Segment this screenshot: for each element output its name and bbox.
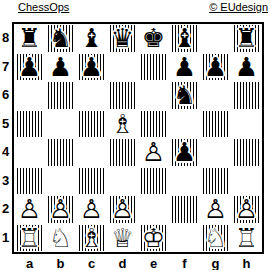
square-d1: ♛♕ <box>107 224 138 253</box>
square-b7: ♟♟ <box>45 53 76 82</box>
white-bishop: ♝♗ <box>107 110 138 139</box>
black-bishop: ♝♝ <box>169 24 200 53</box>
file-label-e: e <box>138 256 169 270</box>
square-e6 <box>138 81 169 110</box>
rank-label-4: 4 <box>0 138 11 167</box>
square-d4 <box>107 138 138 167</box>
file-label-c: c <box>76 256 107 270</box>
square-f7: ♟♟ <box>169 53 200 82</box>
square-a6 <box>14 81 45 110</box>
white-pawn: ♟♙ <box>76 195 107 224</box>
square-e3 <box>138 167 169 196</box>
white-rook: ♜♖ <box>14 224 45 253</box>
white-knight: ♞♘ <box>45 224 76 253</box>
square-h7: ♟♟ <box>231 53 262 82</box>
square-g3 <box>200 167 231 196</box>
rank-label-1: 1 <box>0 224 11 253</box>
rank-label-6: 6 <box>0 81 11 110</box>
square-b8: ♞♞ <box>45 24 76 53</box>
square-e1: ♚♔ <box>138 224 169 253</box>
black-pawn: ♟♟ <box>45 53 76 82</box>
rank-label-2: 2 <box>0 195 11 224</box>
black-pawn: ♟♟ <box>200 53 231 82</box>
chess-diagram-page: ChessOps © EUdesign ♜♜♞♞♝♝♛♛♚♚♝♝♜♜♟♟♟♟♟♟… <box>0 0 270 270</box>
square-d6 <box>107 81 138 110</box>
black-pawn: ♟♟ <box>14 53 45 82</box>
square-a3 <box>14 167 45 196</box>
black-rook: ♜♜ <box>14 24 45 53</box>
black-queen: ♛♛ <box>107 24 138 53</box>
square-c1: ♝♗ <box>76 224 107 253</box>
rank-label-5: 5 <box>0 110 11 139</box>
square-e7 <box>138 53 169 82</box>
square-e5 <box>138 110 169 139</box>
white-pawn: ♟♙ <box>14 195 45 224</box>
square-d2: ♟♙ <box>107 195 138 224</box>
eudesign-credit-link[interactable]: © EUdesign <box>209 0 268 14</box>
square-f4: ♟♟ <box>169 138 200 167</box>
black-knight: ♞♞ <box>45 24 76 53</box>
square-h8: ♜♜ <box>231 24 262 53</box>
file-label-d: d <box>107 256 138 270</box>
white-queen: ♛♕ <box>107 224 138 253</box>
square-h6 <box>231 81 262 110</box>
square-c2: ♟♙ <box>76 195 107 224</box>
white-bishop: ♝♗ <box>76 224 107 253</box>
square-f2 <box>169 195 200 224</box>
square-f8: ♝♝ <box>169 24 200 53</box>
square-g7: ♟♟ <box>200 53 231 82</box>
square-a2: ♟♙ <box>14 195 45 224</box>
white-rook: ♜♖ <box>231 224 262 253</box>
square-c3 <box>76 167 107 196</box>
square-h4 <box>231 138 262 167</box>
square-b2: ♟♙ <box>45 195 76 224</box>
square-c6 <box>76 81 107 110</box>
square-c7: ♟♟ <box>76 53 107 82</box>
square-h1: ♜♖ <box>231 224 262 253</box>
black-pawn: ♟♟ <box>76 53 107 82</box>
square-c4 <box>76 138 107 167</box>
board: ♜♜♞♞♝♝♛♛♚♚♝♝♜♜♟♟♟♟♟♟♟♟♟♟♟♟♞♞♝♗♟♙♟♟♟♙♟♙♟♙… <box>12 22 264 254</box>
white-king: ♚♔ <box>138 224 169 253</box>
square-f1 <box>169 224 200 253</box>
black-knight: ♞♞ <box>169 81 200 110</box>
square-b1: ♞♘ <box>45 224 76 253</box>
square-g6 <box>200 81 231 110</box>
square-a8: ♜♜ <box>14 24 45 53</box>
square-b3 <box>45 167 76 196</box>
square-g1: ♞♘ <box>200 224 231 253</box>
square-f3 <box>169 167 200 196</box>
black-king: ♚♚ <box>138 24 169 53</box>
square-e4: ♟♙ <box>138 138 169 167</box>
rank-label-7: 7 <box>0 53 11 82</box>
file-label-f: f <box>169 256 200 270</box>
white-pawn: ♟♙ <box>138 138 169 167</box>
black-pawn: ♟♟ <box>169 138 200 167</box>
square-h2: ♟♙ <box>231 195 262 224</box>
white-pawn: ♟♙ <box>107 195 138 224</box>
file-label-b: b <box>45 256 76 270</box>
square-a4 <box>14 138 45 167</box>
square-d5: ♝♗ <box>107 110 138 139</box>
rank-label-8: 8 <box>0 24 11 53</box>
square-g2: ♟♙ <box>200 195 231 224</box>
file-label-a: a <box>14 256 45 270</box>
square-c5 <box>76 110 107 139</box>
square-b4 <box>45 138 76 167</box>
white-pawn: ♟♙ <box>45 195 76 224</box>
square-f5 <box>169 110 200 139</box>
square-a1: ♜♖ <box>14 224 45 253</box>
file-label-h: h <box>231 256 262 270</box>
square-a7: ♟♟ <box>14 53 45 82</box>
square-g4 <box>200 138 231 167</box>
rank-label-3: 3 <box>0 167 11 196</box>
square-g5 <box>200 110 231 139</box>
square-a5 <box>14 110 45 139</box>
square-b6 <box>45 81 76 110</box>
square-g8 <box>200 24 231 53</box>
white-pawn: ♟♙ <box>200 195 231 224</box>
square-d7 <box>107 53 138 82</box>
square-b5 <box>45 110 76 139</box>
square-d8: ♛♛ <box>107 24 138 53</box>
square-h5 <box>231 110 262 139</box>
black-pawn: ♟♟ <box>169 53 200 82</box>
white-pawn: ♟♙ <box>231 195 262 224</box>
file-label-g: g <box>200 256 231 270</box>
square-c8: ♝♝ <box>76 24 107 53</box>
square-e2 <box>138 195 169 224</box>
square-d3 <box>107 167 138 196</box>
white-knight: ♞♘ <box>200 224 231 253</box>
square-e8: ♚♚ <box>138 24 169 53</box>
black-bishop: ♝♝ <box>76 24 107 53</box>
chessops-link[interactable]: ChessOps <box>18 0 69 14</box>
square-f6: ♞♞ <box>169 81 200 110</box>
square-h3 <box>231 167 262 196</box>
black-rook: ♜♜ <box>231 24 262 53</box>
black-pawn: ♟♟ <box>231 53 262 82</box>
